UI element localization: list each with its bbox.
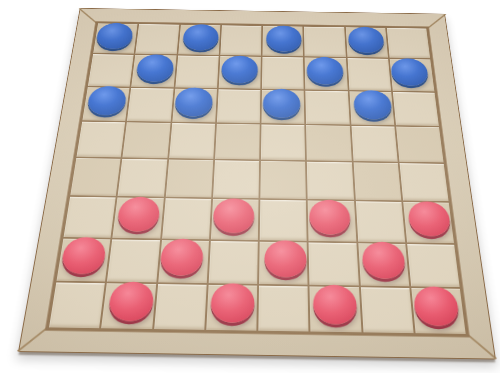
square-r4c4[interactable] xyxy=(215,124,260,160)
square-r3c6[interactable] xyxy=(306,90,350,124)
square-r4c3[interactable] xyxy=(169,123,215,159)
square-r8c4[interactable] xyxy=(206,285,257,331)
red-piece[interactable] xyxy=(107,282,155,322)
square-r8c2[interactable] xyxy=(101,283,155,329)
checkers-board xyxy=(18,8,496,359)
red-piece[interactable] xyxy=(407,201,452,237)
square-r5c4[interactable] xyxy=(213,160,259,198)
square-r2c1[interactable] xyxy=(88,54,134,86)
square-r2c6[interactable] xyxy=(305,58,348,90)
square-r1c3[interactable] xyxy=(178,25,220,55)
square-r3c3[interactable] xyxy=(172,88,217,122)
frame-miter-line xyxy=(426,14,446,29)
blue-piece[interactable] xyxy=(174,87,213,117)
square-r1c1[interactable] xyxy=(93,23,137,53)
square-r2c2[interactable] xyxy=(131,55,176,87)
square-r4c5[interactable] xyxy=(261,124,305,160)
square-r6c4[interactable] xyxy=(211,199,259,240)
red-piece[interactable] xyxy=(362,242,407,280)
square-r2c4[interactable] xyxy=(218,56,260,88)
square-r3c7[interactable] xyxy=(349,91,394,125)
square-r1c6[interactable] xyxy=(304,27,345,57)
square-r1c8[interactable] xyxy=(387,28,431,58)
square-r1c7[interactable] xyxy=(345,27,387,57)
blue-piece[interactable] xyxy=(221,55,258,83)
square-r6c8[interactable] xyxy=(403,202,454,243)
square-r3c2[interactable] xyxy=(127,88,173,122)
square-r5c6[interactable] xyxy=(307,162,354,200)
square-r4c1[interactable] xyxy=(77,121,126,157)
frame-miter-line xyxy=(466,333,497,359)
square-r7c7[interactable] xyxy=(358,243,409,286)
square-r7c2[interactable] xyxy=(107,239,160,282)
square-r4c8[interactable] xyxy=(396,126,444,162)
photo-background xyxy=(0,0,500,373)
square-r5c2[interactable] xyxy=(118,159,167,197)
red-piece[interactable] xyxy=(264,240,307,278)
square-r2c3[interactable] xyxy=(175,56,219,88)
square-r2c7[interactable] xyxy=(347,58,391,90)
board-scene xyxy=(18,0,500,360)
square-r4c7[interactable] xyxy=(351,126,397,162)
square-r2c8[interactable] xyxy=(390,59,435,91)
frame-miter-line xyxy=(79,8,98,24)
square-r8c8[interactable] xyxy=(411,288,466,334)
blue-piece[interactable] xyxy=(266,25,302,52)
red-piece[interactable] xyxy=(116,196,160,231)
frame-miter-line xyxy=(17,326,49,352)
square-r1c4[interactable] xyxy=(220,25,261,55)
square-r8c3[interactable] xyxy=(154,284,207,330)
red-piece[interactable] xyxy=(210,283,255,323)
square-r6c2[interactable] xyxy=(113,198,164,238)
square-r7c4[interactable] xyxy=(208,241,257,284)
square-r7c8[interactable] xyxy=(407,244,460,287)
square-r7c1[interactable] xyxy=(57,238,111,281)
square-r7c6[interactable] xyxy=(309,242,359,285)
square-r3c1[interactable] xyxy=(82,87,129,121)
blue-piece[interactable] xyxy=(390,58,429,86)
blue-piece[interactable] xyxy=(182,24,219,51)
square-r6c3[interactable] xyxy=(162,198,211,238)
square-r7c5[interactable] xyxy=(259,241,308,284)
blue-piece[interactable] xyxy=(353,90,393,120)
square-r1c5[interactable] xyxy=(262,26,303,56)
blue-piece[interactable] xyxy=(135,54,174,82)
red-piece[interactable] xyxy=(313,285,358,325)
blue-piece[interactable] xyxy=(262,89,300,119)
square-r6c5[interactable] xyxy=(260,200,307,241)
blue-piece[interactable] xyxy=(348,26,385,53)
blue-piece[interactable] xyxy=(306,57,343,85)
red-piece[interactable] xyxy=(60,237,107,275)
square-r4c6[interactable] xyxy=(306,125,351,161)
square-r4c2[interactable] xyxy=(123,122,171,158)
square-r8c7[interactable] xyxy=(360,287,413,333)
square-r3c8[interactable] xyxy=(393,92,439,126)
blue-piece[interactable] xyxy=(95,23,134,50)
square-r7c3[interactable] xyxy=(158,240,209,283)
playing-area xyxy=(47,22,468,336)
square-r6c7[interactable] xyxy=(355,201,404,242)
square-r3c5[interactable] xyxy=(261,90,304,124)
square-r5c3[interactable] xyxy=(165,160,213,198)
square-r5c8[interactable] xyxy=(399,163,448,201)
square-r8c5[interactable] xyxy=(258,285,308,331)
red-piece[interactable] xyxy=(413,286,461,326)
square-r3c4[interactable] xyxy=(217,89,261,123)
square-r5c7[interactable] xyxy=(353,162,401,200)
square-r6c6[interactable] xyxy=(308,201,356,242)
square-r8c6[interactable] xyxy=(310,286,361,332)
square-r5c5[interactable] xyxy=(260,161,306,199)
red-piece[interactable] xyxy=(159,238,204,276)
blue-piece[interactable] xyxy=(86,86,127,116)
square-r2c5[interactable] xyxy=(262,57,304,89)
square-r8c1[interactable] xyxy=(49,282,105,328)
red-piece[interactable] xyxy=(213,198,255,233)
square-r1c2[interactable] xyxy=(136,24,179,54)
square-r5c1[interactable] xyxy=(70,158,120,196)
square-r6c1[interactable] xyxy=(64,197,116,237)
red-piece[interactable] xyxy=(309,199,351,234)
